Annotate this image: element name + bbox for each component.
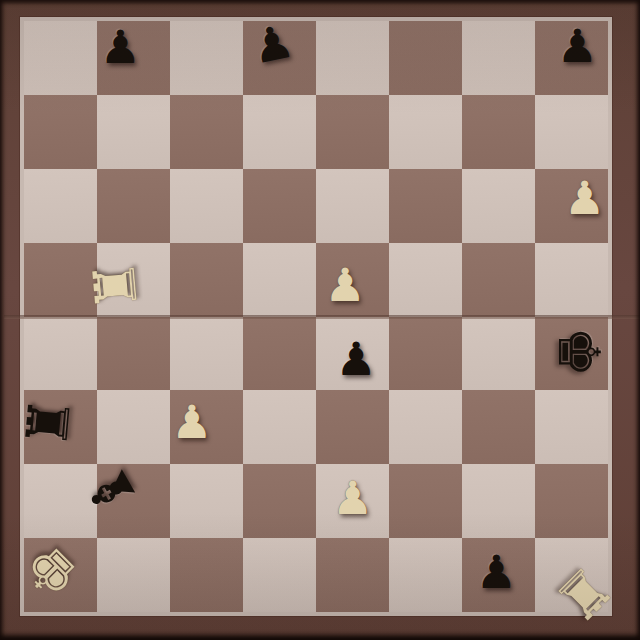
white-pawn-glyph: ♟ (332, 475, 373, 521)
piece-white-pawn-e2[interactable]: ♟ (316, 461, 389, 535)
black-pawn-glyph: ♟ (476, 549, 517, 595)
black-rook-glyph: ♜ (17, 394, 78, 450)
piece-black-pawn-d8[interactable]: ♟ (236, 7, 309, 81)
chess-board-photo: ♟♟♟♟♜♟♟♚♜♟♝♟♚♟♜ (0, 0, 640, 640)
white-pawn-glyph: ♟ (564, 175, 605, 221)
piece-white-rook-h1[interactable]: ♜ (547, 557, 620, 631)
piece-black-pawn-e4[interactable]: ♟ (320, 322, 393, 396)
piece-white-pawn-c3[interactable]: ♟ (155, 385, 228, 459)
white-king-glyph: ♚ (14, 533, 90, 609)
white-pawn-glyph: ♟ (171, 399, 212, 445)
white-pawn-glyph: ♟ (325, 262, 366, 308)
piece-black-pawn-g1[interactable]: ♟ (460, 535, 533, 609)
white-rook-glyph: ♜ (85, 258, 146, 314)
piece-white-rook-b5[interactable]: ♜ (79, 249, 152, 323)
black-pawn-glyph: ♟ (336, 336, 377, 382)
black-pawn-glyph: ♟ (557, 23, 598, 69)
piece-white-king-a1[interactable]: ♚ (15, 534, 88, 608)
piece-white-pawn-h6[interactable]: ♟ (548, 161, 621, 235)
piece-white-pawn-e5[interactable]: ♟ (309, 249, 382, 323)
piece-black-pawn-h8[interactable]: ♟ (541, 9, 614, 83)
piece-black-pawn-b8[interactable]: ♟ (84, 10, 157, 84)
black-bishop-glyph: ♝ (74, 454, 149, 527)
black-pawn-glyph: ♟ (100, 24, 141, 70)
piece-black-bishop-b2[interactable]: ♝ (75, 453, 148, 527)
pieces-layer: ♟♟♟♟♜♟♟♚♜♟♝♟♚♟♜ (24, 21, 608, 612)
black-pawn-glyph: ♟ (247, 17, 297, 71)
board-playing-field: ♟♟♟♟♜♟♟♚♜♟♝♟♚♟♜ (20, 17, 612, 616)
white-rook-glyph: ♜ (545, 555, 621, 631)
piece-black-rook-a3[interactable]: ♜ (12, 385, 85, 459)
piece-black-king-h4[interactable]: ♚ (542, 314, 615, 388)
black-king-glyph: ♚ (550, 326, 607, 377)
